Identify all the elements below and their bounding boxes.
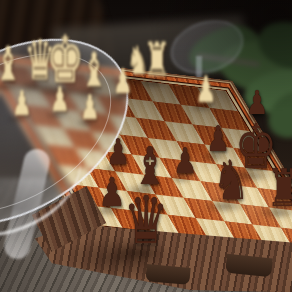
piece-shadow <box>203 199 247 213</box>
piece-shadow <box>100 165 129 174</box>
piece-shadow <box>200 152 229 161</box>
chess-set-photo: ♝♛♚♝♞♜♟♟♟♟♟♟♟♟♝♟♚♟♞♜♛ <box>0 0 292 292</box>
piece-shadow <box>44 111 69 119</box>
piece-shadow <box>167 174 196 183</box>
piece-shadow <box>112 244 165 261</box>
piece-shadow <box>74 119 99 127</box>
piece-shadow <box>6 115 31 123</box>
piece-shadow <box>107 93 132 101</box>
